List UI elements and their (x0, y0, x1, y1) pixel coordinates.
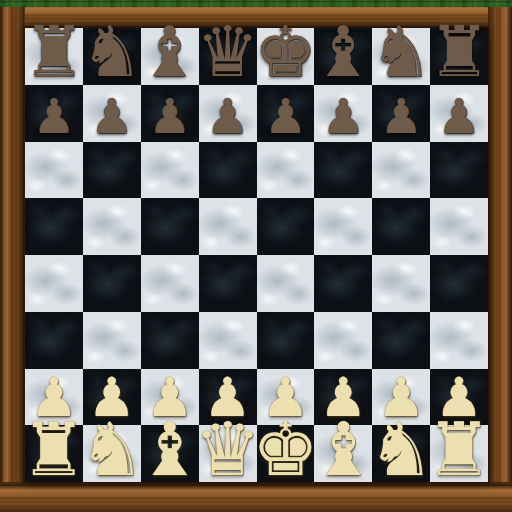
piece-white-bishop[interactable]: ♝ (137, 412, 203, 486)
piece-white-rook[interactable]: ♜ (426, 412, 492, 486)
square-d3[interactable] (199, 312, 257, 369)
square-h4[interactable] (430, 255, 488, 312)
piece-black-queen[interactable]: ♛ (196, 17, 259, 87)
square-f3[interactable] (314, 312, 372, 369)
square-c6[interactable] (141, 142, 199, 199)
square-d4[interactable] (199, 255, 257, 312)
piece-black-pawn[interactable]: ♟ (32, 92, 75, 140)
square-h6[interactable] (430, 142, 488, 199)
piece-black-pawn[interactable]: ♟ (322, 92, 365, 140)
square-c7[interactable]: ♟ (141, 85, 199, 142)
piece-black-pawn[interactable]: ♟ (206, 92, 249, 140)
square-b1[interactable]: ♞ (83, 425, 141, 482)
piece-black-knight[interactable]: ♞ (370, 17, 433, 87)
square-c3[interactable] (141, 312, 199, 369)
square-b6[interactable] (83, 142, 141, 199)
square-a5[interactable] (25, 198, 83, 255)
square-b5[interactable] (83, 198, 141, 255)
chess-app-screen: ♜♞♝♛♚♝♞♜♟♟♟♟♟♟♟♟♟♟♟♟♟♟♟♟♜♞♝♛♚♝♞♜ (0, 0, 512, 512)
square-h3[interactable] (430, 312, 488, 369)
square-d5[interactable] (199, 198, 257, 255)
piece-white-bishop[interactable]: ♝ (310, 412, 376, 486)
square-f6[interactable] (314, 142, 372, 199)
square-f7[interactable]: ♟ (314, 85, 372, 142)
square-h5[interactable] (430, 198, 488, 255)
square-f8[interactable]: ♝ (314, 28, 372, 85)
square-g4[interactable] (372, 255, 430, 312)
square-e1[interactable]: ♚ (257, 425, 315, 482)
square-e5[interactable] (257, 198, 315, 255)
square-b8[interactable]: ♞ (83, 28, 141, 85)
piece-black-pawn[interactable]: ♟ (148, 92, 191, 140)
square-g5[interactable] (372, 198, 430, 255)
square-a6[interactable] (25, 142, 83, 199)
piece-white-knight[interactable]: ♞ (368, 412, 434, 486)
square-d6[interactable] (199, 142, 257, 199)
square-a1[interactable]: ♜ (25, 425, 83, 482)
square-a7[interactable]: ♟ (25, 85, 83, 142)
square-f4[interactable] (314, 255, 372, 312)
square-c4[interactable] (141, 255, 199, 312)
square-d8[interactable]: ♛ (199, 28, 257, 85)
piece-white-queen[interactable]: ♛ (194, 412, 260, 486)
piece-black-pawn[interactable]: ♟ (264, 92, 307, 140)
square-c5[interactable] (141, 198, 199, 255)
piece-black-bishop[interactable]: ♝ (138, 17, 201, 87)
piece-white-knight[interactable]: ♞ (79, 412, 145, 486)
square-g8[interactable]: ♞ (372, 28, 430, 85)
piece-black-rook[interactable]: ♜ (23, 17, 86, 87)
piece-black-rook[interactable]: ♜ (428, 17, 491, 87)
square-h7[interactable]: ♟ (430, 85, 488, 142)
piece-black-knight[interactable]: ♞ (80, 17, 143, 87)
square-b3[interactable] (83, 312, 141, 369)
square-a4[interactable] (25, 255, 83, 312)
piece-white-king[interactable]: ♚ (252, 412, 318, 486)
square-g6[interactable] (372, 142, 430, 199)
square-b4[interactable] (83, 255, 141, 312)
square-g7[interactable]: ♟ (372, 85, 430, 142)
square-d7[interactable]: ♟ (199, 85, 257, 142)
square-a3[interactable] (25, 312, 83, 369)
square-e6[interactable] (257, 142, 315, 199)
square-f5[interactable] (314, 198, 372, 255)
chess-board: ♜♞♝♛♚♝♞♜♟♟♟♟♟♟♟♟♟♟♟♟♟♟♟♟♜♞♝♛♚♝♞♜ (25, 28, 488, 482)
piece-black-pawn[interactable]: ♟ (90, 92, 133, 140)
square-a8[interactable]: ♜ (25, 28, 83, 85)
square-c1[interactable]: ♝ (141, 425, 199, 482)
square-e3[interactable] (257, 312, 315, 369)
square-g3[interactable] (372, 312, 430, 369)
square-e7[interactable]: ♟ (257, 85, 315, 142)
square-d1[interactable]: ♛ (199, 425, 257, 482)
piece-black-king[interactable]: ♚ (254, 17, 317, 87)
square-g1[interactable]: ♞ (372, 425, 430, 482)
piece-white-rook[interactable]: ♜ (21, 412, 87, 486)
piece-black-bishop[interactable]: ♝ (312, 17, 375, 87)
piece-black-pawn[interactable]: ♟ (380, 92, 423, 140)
square-e4[interactable] (257, 255, 315, 312)
square-b7[interactable]: ♟ (83, 85, 141, 142)
square-e8[interactable]: ♚ (257, 28, 315, 85)
square-c8[interactable]: ♝ (141, 28, 199, 85)
piece-black-pawn[interactable]: ♟ (438, 92, 481, 140)
square-h1[interactable]: ♜ (430, 425, 488, 482)
square-f1[interactable]: ♝ (314, 425, 372, 482)
square-h8[interactable]: ♜ (430, 28, 488, 85)
